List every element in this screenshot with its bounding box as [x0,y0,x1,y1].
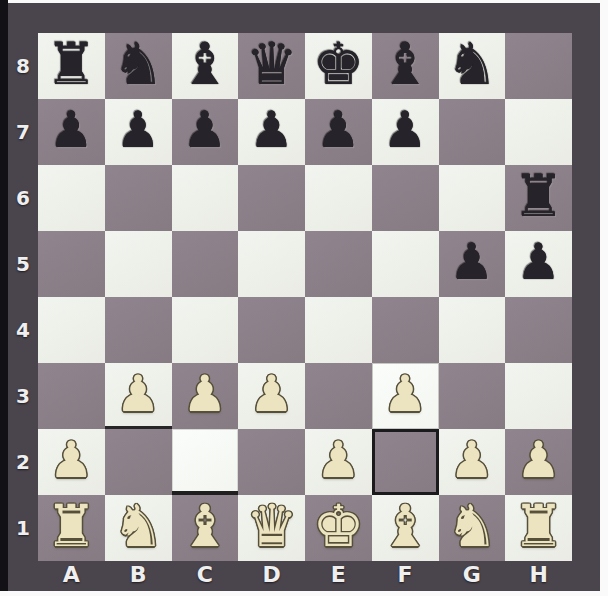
white-pawn: ♟ [249,369,294,419]
file-labels: ABCDEFGH [38,558,572,591]
rank-labels: 87654321 [8,33,38,561]
square-f6[interactable] [372,165,439,231]
black-pawn: ♟ [316,105,361,155]
black-pawn: ♟ [49,105,94,155]
square-g6[interactable] [439,165,506,231]
rank-label-7: 7 [8,99,38,165]
white-bishop: ♝ [379,497,431,555]
white-king: ♚ [312,497,364,555]
black-king: ♚ [312,35,364,93]
square-c7[interactable]: ♟ [172,99,239,165]
file-label-a: A [38,558,105,591]
square-g1[interactable]: ♞ [439,495,506,561]
black-bishop: ♝ [379,35,431,93]
square-b4[interactable] [105,297,172,363]
square-e6[interactable] [305,165,372,231]
rank-label-4: 4 [8,297,38,363]
square-d8[interactable]: ♛ [238,33,305,99]
square-g3[interactable] [439,363,506,429]
square-b5[interactable] [105,231,172,297]
white-pawn: ♟ [49,435,94,485]
square-a3[interactable] [38,363,105,429]
square-e3[interactable] [305,363,372,429]
square-g4[interactable] [439,297,506,363]
square-b8[interactable]: ♞ [105,33,172,99]
square-f1[interactable]: ♝ [372,495,439,561]
square-b6[interactable] [105,165,172,231]
square-h1[interactable]: ♜ [505,495,572,561]
black-pawn: ♟ [116,105,161,155]
square-f8[interactable]: ♝ [372,33,439,99]
square-h2[interactable]: ♟ [505,429,572,495]
square-c8[interactable]: ♝ [172,33,239,99]
square-c6[interactable] [172,165,239,231]
square-f4[interactable] [372,297,439,363]
page-background: 87654321 ♜♞♝♛♚♝♞♟♟♟♟♟♟♜♟♟♟♟♟♟♟♟♟♟♜♞♝♛♚♝♞… [0,0,608,596]
white-rook: ♜ [45,497,97,555]
square-e4[interactable] [305,297,372,363]
square-b3[interactable]: ♟ [105,363,172,429]
white-knight: ♞ [112,497,164,555]
square-h5[interactable]: ♟ [505,231,572,297]
square-d1[interactable]: ♛ [238,495,305,561]
square-h8[interactable] [505,33,572,99]
square-b1[interactable]: ♞ [105,495,172,561]
square-g2[interactable]: ♟ [439,429,506,495]
square-c1[interactable]: ♝ [172,495,239,561]
square-e8[interactable]: ♚ [305,33,372,99]
square-c5[interactable] [172,231,239,297]
square-a5[interactable] [38,231,105,297]
square-e2[interactable]: ♟ [305,429,372,495]
square-f5[interactable] [372,231,439,297]
square-a8[interactable]: ♜ [38,33,105,99]
square-h3[interactable] [505,363,572,429]
file-label-d: D [238,558,305,591]
rank-label-8: 8 [8,33,38,99]
square-c3[interactable]: ♟ [172,363,239,429]
rank-label-2: 2 [8,429,38,495]
square-d6[interactable] [238,165,305,231]
black-rook: ♜ [45,35,97,93]
square-a6[interactable] [38,165,105,231]
file-label-c: C [172,558,239,591]
black-pawn: ♟ [249,105,294,155]
white-pawn: ♟ [316,435,361,485]
square-a4[interactable] [38,297,105,363]
white-pawn: ♟ [383,369,428,419]
square-g8[interactable]: ♞ [439,33,506,99]
square-f2[interactable] [372,429,439,495]
square-a2[interactable]: ♟ [38,429,105,495]
square-b2[interactable] [105,429,172,495]
square-e1[interactable]: ♚ [305,495,372,561]
rank-label-3: 3 [8,363,38,429]
black-pawn: ♟ [516,237,561,287]
rank-label-6: 6 [8,165,38,231]
square-c4[interactable] [172,297,239,363]
white-bishop: ♝ [179,497,231,555]
square-f3[interactable]: ♟ [372,363,439,429]
file-label-e: E [305,558,372,591]
square-h6[interactable]: ♜ [505,165,572,231]
square-d5[interactable] [238,231,305,297]
white-pawn: ♟ [182,369,227,419]
file-label-g: G [439,558,506,591]
square-f7[interactable]: ♟ [372,99,439,165]
square-a7[interactable]: ♟ [38,99,105,165]
black-pawn: ♟ [182,105,227,155]
black-knight: ♞ [446,35,498,93]
square-b7[interactable]: ♟ [105,99,172,165]
square-g7[interactable] [439,99,506,165]
square-e7[interactable]: ♟ [305,99,372,165]
white-pawn: ♟ [449,435,494,485]
black-pawn: ♟ [383,105,428,155]
square-e5[interactable] [305,231,372,297]
white-knight: ♞ [446,497,498,555]
square-c2[interactable] [172,429,239,495]
black-bishop: ♝ [179,35,231,93]
square-h4[interactable] [505,297,572,363]
square-a1[interactable]: ♜ [38,495,105,561]
square-d7[interactable]: ♟ [238,99,305,165]
square-d2[interactable] [238,429,305,495]
black-rook: ♜ [513,167,565,225]
square-d3[interactable]: ♟ [238,363,305,429]
left-edge-bar [0,0,8,591]
file-label-f: F [372,558,439,591]
black-queen: ♛ [246,35,298,93]
white-rook: ♜ [513,497,565,555]
rank-label-5: 5 [8,231,38,297]
white-queen: ♛ [246,497,298,555]
square-d4[interactable] [238,297,305,363]
file-label-b: B [105,558,172,591]
black-knight: ♞ [112,35,164,93]
black-pawn: ♟ [449,237,494,287]
file-label-h: H [505,558,572,591]
chess-board: ♜♞♝♛♚♝♞♟♟♟♟♟♟♜♟♟♟♟♟♟♟♟♟♟♜♞♝♛♚♝♞♜ [38,33,572,561]
square-h7[interactable] [505,99,572,165]
square-g5[interactable]: ♟ [439,231,506,297]
rank-label-1: 1 [8,495,38,561]
white-pawn: ♟ [116,369,161,419]
white-pawn: ♟ [516,435,561,485]
